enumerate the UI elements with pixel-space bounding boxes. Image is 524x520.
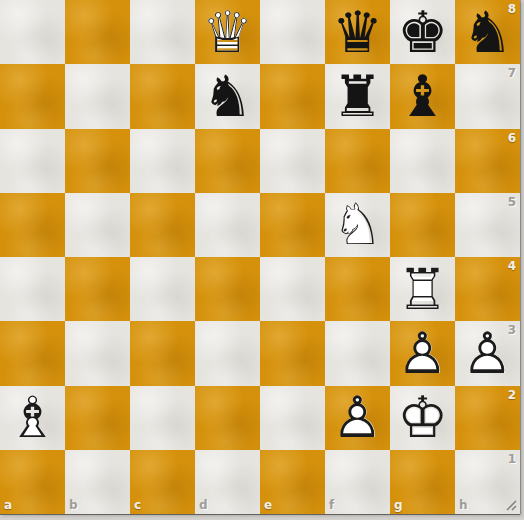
- square-h3[interactable]: ♟♙3: [455, 321, 520, 385]
- white-piece-outline: ♖: [390, 257, 455, 321]
- square-e7[interactable]: [260, 64, 325, 128]
- square-b8[interactable]: [65, 0, 130, 64]
- white-piece-outline: ♔: [390, 386, 455, 450]
- white-piece-outline: ♗: [0, 386, 65, 450]
- square-g2[interactable]: ♚♔: [390, 386, 455, 450]
- coord-rank-3: 3: [508, 324, 516, 336]
- square-d5[interactable]: [195, 193, 260, 257]
- coord-rank-8: 8: [508, 3, 516, 15]
- piece-white-pawn-g3[interactable]: ♟♙: [390, 321, 455, 385]
- square-d2[interactable]: [195, 386, 260, 450]
- square-d4[interactable]: [195, 257, 260, 321]
- black-piece-fill: ♜: [325, 64, 390, 128]
- coord-file-c: c: [134, 499, 141, 511]
- square-f2[interactable]: ♟♙: [325, 386, 390, 450]
- square-e3[interactable]: [260, 321, 325, 385]
- square-c8[interactable]: [130, 0, 195, 64]
- square-g3[interactable]: ♟♙: [390, 321, 455, 385]
- square-f4[interactable]: [325, 257, 390, 321]
- coord-rank-5: 5: [508, 196, 516, 208]
- piece-white-queen-d8[interactable]: ♛♕: [195, 0, 260, 64]
- square-f6[interactable]: [325, 129, 390, 193]
- piece-black-queen-f8[interactable]: ♛: [325, 0, 390, 64]
- square-b4[interactable]: [65, 257, 130, 321]
- square-b2[interactable]: [65, 386, 130, 450]
- white-piece-outline: ♘: [325, 193, 390, 257]
- coord-file-a: a: [4, 499, 12, 511]
- square-g7[interactable]: ♝: [390, 64, 455, 128]
- square-h4[interactable]: 4: [455, 257, 520, 321]
- square-f3[interactable]: [325, 321, 390, 385]
- square-c5[interactable]: [130, 193, 195, 257]
- square-a8[interactable]: [0, 0, 65, 64]
- square-h5[interactable]: 5: [455, 193, 520, 257]
- square-e4[interactable]: [260, 257, 325, 321]
- square-c6[interactable]: [130, 129, 195, 193]
- chess-board-container: ♛♕♛♚♞8♞♜♝76♞♘5♜♖4♟♙♟♙3♝♗♟♙♚♔2abcdefg1h: [0, 0, 520, 514]
- square-f1[interactable]: f: [325, 450, 390, 514]
- page-background: ♛♕♛♚♞8♞♜♝76♞♘5♜♖4♟♙♟♙3♝♗♟♙♚♔2abcdefg1h: [0, 0, 524, 520]
- piece-white-knight-f5[interactable]: ♞♘: [325, 193, 390, 257]
- square-g6[interactable]: [390, 129, 455, 193]
- coord-rank-1: 1: [508, 453, 516, 465]
- square-b7[interactable]: [65, 64, 130, 128]
- coord-file-g: g: [394, 499, 403, 511]
- white-piece-outline: ♙: [325, 386, 390, 450]
- square-b5[interactable]: [65, 193, 130, 257]
- square-b3[interactable]: [65, 321, 130, 385]
- square-h2[interactable]: 2: [455, 386, 520, 450]
- black-piece-fill: ♞: [195, 64, 260, 128]
- piece-black-king-g8[interactable]: ♚: [390, 0, 455, 64]
- square-e2[interactable]: [260, 386, 325, 450]
- square-g8[interactable]: ♚: [390, 0, 455, 64]
- coord-rank-7: 7: [508, 67, 516, 79]
- square-h7[interactable]: 7: [455, 64, 520, 128]
- piece-black-bishop-g7[interactable]: ♝: [390, 64, 455, 128]
- square-a6[interactable]: [0, 129, 65, 193]
- coord-file-h: h: [459, 499, 468, 511]
- square-h6[interactable]: 6: [455, 129, 520, 193]
- square-g5[interactable]: [390, 193, 455, 257]
- square-f7[interactable]: ♜: [325, 64, 390, 128]
- coord-rank-4: 4: [508, 260, 516, 272]
- square-h8[interactable]: ♞8: [455, 0, 520, 64]
- black-piece-fill: ♝: [390, 64, 455, 128]
- square-f5[interactable]: ♞♘: [325, 193, 390, 257]
- square-c2[interactable]: [130, 386, 195, 450]
- coord-file-d: d: [199, 499, 208, 511]
- square-e1[interactable]: e: [260, 450, 325, 514]
- piece-black-knight-d7[interactable]: ♞: [195, 64, 260, 128]
- square-c3[interactable]: [130, 321, 195, 385]
- coord-file-f: f: [329, 499, 334, 511]
- piece-white-pawn-f2[interactable]: ♟♙: [325, 386, 390, 450]
- board-resize-handle-icon[interactable]: [504, 498, 517, 511]
- square-f8[interactable]: ♛: [325, 0, 390, 64]
- square-a3[interactable]: [0, 321, 65, 385]
- square-g4[interactable]: ♜♖: [390, 257, 455, 321]
- square-e6[interactable]: [260, 129, 325, 193]
- piece-black-rook-f7[interactable]: ♜: [325, 64, 390, 128]
- square-d1[interactable]: d: [195, 450, 260, 514]
- square-a5[interactable]: [0, 193, 65, 257]
- square-d7[interactable]: ♞: [195, 64, 260, 128]
- square-c1[interactable]: c: [130, 450, 195, 514]
- coord-file-b: b: [69, 499, 78, 511]
- square-b1[interactable]: b: [65, 450, 130, 514]
- black-piece-fill: ♛: [325, 0, 390, 64]
- square-a1[interactable]: a: [0, 450, 65, 514]
- square-d3[interactable]: [195, 321, 260, 385]
- square-c7[interactable]: [130, 64, 195, 128]
- square-d6[interactable]: [195, 129, 260, 193]
- coord-file-e: e: [264, 499, 272, 511]
- square-e5[interactable]: [260, 193, 325, 257]
- square-b6[interactable]: [65, 129, 130, 193]
- white-piece-outline: ♕: [195, 0, 260, 64]
- piece-white-rook-g4[interactable]: ♜♖: [390, 257, 455, 321]
- square-a4[interactable]: [0, 257, 65, 321]
- white-piece-outline: ♙: [390, 321, 455, 385]
- square-a2[interactable]: ♝♗: [0, 386, 65, 450]
- coord-rank-2: 2: [508, 389, 516, 401]
- chess-board: ♛♕♛♚♞8♞♜♝76♞♘5♜♖4♟♙♟♙3♝♗♟♙♚♔2abcdefg1h: [0, 0, 520, 514]
- square-e8[interactable]: [260, 0, 325, 64]
- black-piece-fill: ♚: [390, 0, 455, 64]
- square-g1[interactable]: g: [390, 450, 455, 514]
- square-d8[interactable]: ♛♕: [195, 0, 260, 64]
- square-c4[interactable]: [130, 257, 195, 321]
- piece-white-bishop-a2[interactable]: ♝♗: [0, 386, 65, 450]
- piece-white-king-g2[interactable]: ♚♔: [390, 386, 455, 450]
- square-a7[interactable]: [0, 64, 65, 128]
- coord-rank-6: 6: [508, 132, 516, 144]
